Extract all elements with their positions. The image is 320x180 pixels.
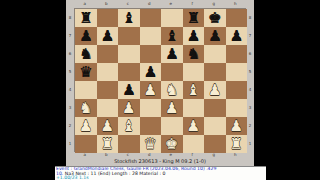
square-b8[interactable] bbox=[97, 9, 119, 27]
square-h2[interactable]: ♟ bbox=[226, 117, 248, 135]
black-rook-a8[interactable]: ♜ bbox=[79, 9, 92, 27]
coord-label-3: 3 bbox=[246, 98, 254, 116]
black-pawn-g7[interactable]: ♟ bbox=[208, 27, 221, 45]
black-pawn-c4[interactable]: ♟ bbox=[122, 81, 135, 99]
square-h6[interactable] bbox=[226, 45, 248, 63]
square-f7[interactable]: ♟ bbox=[183, 27, 205, 45]
white-pawn-a2[interactable]: ♟ bbox=[79, 117, 92, 135]
square-f3[interactable] bbox=[183, 99, 205, 117]
coord-label-4: 4 bbox=[246, 80, 254, 98]
square-c5[interactable] bbox=[118, 63, 140, 81]
coord-label-6: 6 bbox=[246, 44, 254, 62]
rank-labels-right: 87654321 bbox=[246, 8, 254, 152]
white-pawn-b2[interactable]: ♟ bbox=[101, 117, 114, 135]
white-pawn-h2[interactable]: ♟ bbox=[230, 117, 243, 135]
square-a5[interactable]: ♛ bbox=[75, 63, 97, 81]
square-h8[interactable] bbox=[226, 9, 248, 27]
square-h4[interactable] bbox=[226, 81, 248, 99]
square-f6[interactable]: ♞ bbox=[183, 45, 205, 63]
square-b6[interactable] bbox=[97, 45, 119, 63]
white-bishop-f4[interactable]: ♝ bbox=[187, 81, 200, 99]
file-labels-top: abcdefgh bbox=[74, 0, 246, 8]
square-f5[interactable] bbox=[183, 63, 205, 81]
white-pawn-d4[interactable]: ♟ bbox=[144, 81, 157, 99]
square-h3[interactable] bbox=[226, 99, 248, 117]
square-d5[interactable]: ♟ bbox=[140, 63, 162, 81]
square-g5[interactable] bbox=[204, 63, 226, 81]
white-pawn-c3[interactable]: ♟ bbox=[122, 99, 135, 117]
square-d4[interactable]: ♟ bbox=[140, 81, 162, 99]
square-b7[interactable]: ♟ bbox=[97, 27, 119, 45]
black-pawn-f7[interactable]: ♟ bbox=[187, 27, 200, 45]
square-e6[interactable]: ♟ bbox=[161, 45, 183, 63]
square-c6[interactable] bbox=[118, 45, 140, 63]
square-g2[interactable] bbox=[204, 117, 226, 135]
square-f4[interactable]: ♝ bbox=[183, 81, 205, 99]
white-pawn-e3[interactable]: ♟ bbox=[165, 99, 178, 117]
square-a3[interactable]: ♞ bbox=[75, 99, 97, 117]
square-h7[interactable]: ♟ bbox=[226, 27, 248, 45]
coord-label-b: b bbox=[96, 0, 118, 8]
black-knight-f6[interactable]: ♞ bbox=[187, 45, 200, 63]
black-queen-a5[interactable]: ♛ bbox=[79, 63, 92, 81]
square-f8[interactable]: ♜ bbox=[183, 9, 205, 27]
square-c8[interactable]: ♝ bbox=[118, 9, 140, 27]
coord-label-a: a bbox=[74, 0, 96, 8]
square-e7[interactable]: ♝ bbox=[161, 27, 183, 45]
square-e5[interactable] bbox=[161, 63, 183, 81]
black-bishop-c8[interactable]: ♝ bbox=[122, 9, 135, 27]
square-g6[interactable] bbox=[204, 45, 226, 63]
black-pawn-b7[interactable]: ♟ bbox=[101, 27, 114, 45]
coord-label-h: h bbox=[225, 0, 247, 8]
coord-label-1: 1 bbox=[66, 134, 74, 152]
coord-label-2: 2 bbox=[246, 116, 254, 134]
black-pawn-e6[interactable]: ♟ bbox=[165, 45, 178, 63]
square-b5[interactable] bbox=[97, 63, 119, 81]
white-bishop-c2[interactable]: ♝ bbox=[122, 117, 135, 135]
square-e8[interactable] bbox=[161, 9, 183, 27]
black-rook-f8[interactable]: ♜ bbox=[187, 9, 200, 27]
coord-label-8: 8 bbox=[246, 8, 254, 26]
square-e3[interactable]: ♟ bbox=[161, 99, 183, 117]
coord-label-5: 5 bbox=[66, 62, 74, 80]
coord-label-f: f bbox=[182, 0, 204, 8]
white-knight-a3[interactable]: ♞ bbox=[79, 99, 92, 117]
white-pawn-g4[interactable]: ♟ bbox=[208, 81, 221, 99]
game-info-box: Event : GrandMondiale Chess, Gaulle FR (… bbox=[55, 166, 266, 180]
square-e4[interactable]: ♞ bbox=[161, 81, 183, 99]
engine-eval: +1.00/23 1.1s bbox=[56, 176, 266, 180]
black-knight-a6[interactable]: ♞ bbox=[79, 45, 92, 63]
coord-label-7: 7 bbox=[246, 26, 254, 44]
black-pawn-d5[interactable]: ♟ bbox=[144, 63, 157, 81]
coord-label-6: 6 bbox=[66, 44, 74, 62]
coord-label-3: 3 bbox=[66, 98, 74, 116]
square-f2[interactable]: ♟ bbox=[183, 117, 205, 135]
square-a2[interactable]: ♟ bbox=[75, 117, 97, 135]
square-c7[interactable] bbox=[118, 27, 140, 45]
square-g3[interactable] bbox=[204, 99, 226, 117]
square-b4[interactable] bbox=[97, 81, 119, 99]
white-knight-e4[interactable]: ♞ bbox=[165, 81, 178, 99]
black-bishop-e7[interactable]: ♝ bbox=[165, 27, 178, 45]
square-c4[interactable]: ♟ bbox=[118, 81, 140, 99]
coord-label-8: 8 bbox=[66, 8, 74, 26]
coord-label-5: 5 bbox=[246, 62, 254, 80]
square-a7[interactable]: ♟ bbox=[75, 27, 97, 45]
black-pawn-a7[interactable]: ♟ bbox=[79, 27, 92, 45]
square-d2[interactable] bbox=[140, 117, 162, 135]
coord-label-4: 4 bbox=[66, 80, 74, 98]
coord-label-7: 7 bbox=[66, 26, 74, 44]
coord-label-d: d bbox=[139, 0, 161, 8]
players-header: Stockfish 230613 - King M 09.2 (1-0) bbox=[66, 157, 254, 166]
coord-label-e: e bbox=[160, 0, 182, 8]
black-king-g8[interactable]: ♚ bbox=[208, 9, 221, 27]
square-d7[interactable] bbox=[140, 27, 162, 45]
square-g7[interactable]: ♟ bbox=[204, 27, 226, 45]
rank-labels-left: 87654321 bbox=[66, 8, 74, 152]
chess-board[interactable]: ♜♝♜♚♟♟♝♟♟♟♞♟♞♛♟♟♟♞♝♟♞♟♟♟♟♝♟♟♜♛♚♜ bbox=[74, 8, 246, 152]
square-a6[interactable]: ♞ bbox=[75, 45, 97, 63]
square-d3[interactable] bbox=[140, 99, 162, 117]
white-pawn-f2[interactable]: ♟ bbox=[187, 117, 200, 135]
square-e2[interactable] bbox=[161, 117, 183, 135]
square-h5[interactable] bbox=[226, 63, 248, 81]
square-c2[interactable]: ♝ bbox=[118, 117, 140, 135]
coord-label-1: 1 bbox=[246, 134, 254, 152]
square-g8[interactable]: ♚ bbox=[204, 9, 226, 27]
coord-label-2: 2 bbox=[66, 116, 74, 134]
coord-label-c: c bbox=[117, 0, 139, 8]
square-a4[interactable] bbox=[75, 81, 97, 99]
square-c3[interactable]: ♟ bbox=[118, 99, 140, 117]
square-b2[interactable]: ♟ bbox=[97, 117, 119, 135]
square-a8[interactable]: ♜ bbox=[75, 9, 97, 27]
square-g4[interactable]: ♟ bbox=[204, 81, 226, 99]
black-pawn-h7[interactable]: ♟ bbox=[230, 27, 243, 45]
square-d6[interactable] bbox=[140, 45, 162, 63]
board-panel: abcdefgh 87654321 87654321 ♜♝♜♚♟♟♝♟♟♟♞♟♞… bbox=[66, 0, 254, 166]
square-b3[interactable] bbox=[97, 99, 119, 117]
square-d8[interactable] bbox=[140, 9, 162, 27]
coord-label-g: g bbox=[203, 0, 225, 8]
